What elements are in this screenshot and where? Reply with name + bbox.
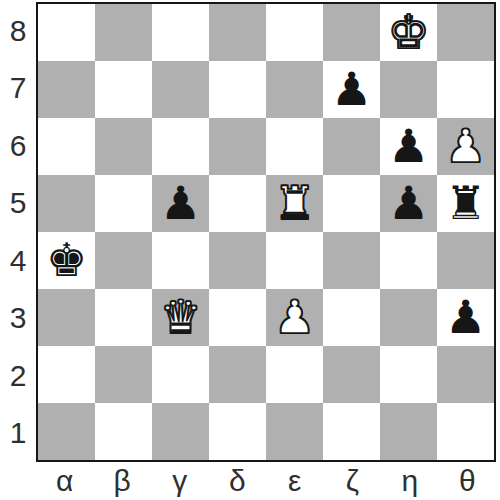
square-f1[interactable] [323, 403, 380, 460]
square-h6[interactable]: ♟ [437, 118, 494, 175]
square-d7[interactable] [209, 61, 266, 118]
square-a2[interactable] [38, 346, 95, 403]
square-a4[interactable]: ♚ [38, 232, 95, 289]
square-g3[interactable] [380, 289, 437, 346]
square-b2[interactable] [95, 346, 152, 403]
square-h3[interactable]: ♟ [437, 289, 494, 346]
square-d6[interactable] [209, 118, 266, 175]
square-e5[interactable]: ♜ [266, 175, 323, 232]
square-d8[interactable] [209, 4, 266, 61]
square-g4[interactable] [380, 232, 437, 289]
square-g8[interactable]: ♚ [380, 4, 437, 61]
square-a1[interactable] [38, 403, 95, 460]
square-f3[interactable] [323, 289, 380, 346]
square-h7[interactable] [437, 61, 494, 118]
square-h2[interactable] [437, 346, 494, 403]
square-h8[interactable] [437, 4, 494, 61]
rank-label-3: 3 [0, 290, 36, 348]
file-label-g: η [381, 462, 439, 500]
rank-label-7: 7 [0, 60, 36, 118]
square-e4[interactable] [266, 232, 323, 289]
piece-black-rook[interactable]: ♜ [437, 175, 494, 232]
rank-label-1: 1 [0, 405, 36, 463]
square-a3[interactable] [38, 289, 95, 346]
square-c4[interactable] [152, 232, 209, 289]
square-g5[interactable]: ♟ [380, 175, 437, 232]
square-b5[interactable] [95, 175, 152, 232]
square-c2[interactable] [152, 346, 209, 403]
file-label-h: θ [439, 462, 497, 500]
rank-labels: 87654321 [0, 2, 36, 462]
square-b6[interactable] [95, 118, 152, 175]
square-h5[interactable]: ♜ [437, 175, 494, 232]
file-label-d: δ [209, 462, 267, 500]
square-c7[interactable] [152, 61, 209, 118]
rank-label-2: 2 [0, 347, 36, 405]
chess-board: ♚♟♟♟♟♜♟♜♚♛♟♟ [36, 2, 496, 462]
rank-label-5: 5 [0, 175, 36, 233]
file-labels: αβγδεζηθ [36, 462, 496, 500]
square-d4[interactable] [209, 232, 266, 289]
piece-black-pawn[interactable]: ♟ [380, 118, 437, 175]
square-f4[interactable] [323, 232, 380, 289]
square-f8[interactable] [323, 4, 380, 61]
piece-white-queen[interactable]: ♛ [152, 289, 209, 346]
rank-label-8: 8 [0, 2, 36, 60]
file-label-c: γ [151, 462, 209, 500]
square-d3[interactable] [209, 289, 266, 346]
square-a5[interactable] [38, 175, 95, 232]
piece-black-pawn[interactable]: ♟ [437, 289, 494, 346]
square-h4[interactable] [437, 232, 494, 289]
square-a8[interactable] [38, 4, 95, 61]
piece-black-king[interactable]: ♚ [38, 232, 95, 289]
piece-white-king[interactable]: ♚ [380, 4, 437, 61]
square-c5[interactable]: ♟ [152, 175, 209, 232]
square-a7[interactable] [38, 61, 95, 118]
piece-black-pawn[interactable]: ♟ [152, 175, 209, 232]
square-f2[interactable] [323, 346, 380, 403]
square-g6[interactable]: ♟ [380, 118, 437, 175]
piece-black-pawn[interactable]: ♟ [380, 175, 437, 232]
square-c3[interactable]: ♛ [152, 289, 209, 346]
square-g2[interactable] [380, 346, 437, 403]
square-a6[interactable] [38, 118, 95, 175]
square-g7[interactable] [380, 61, 437, 118]
file-label-b: β [94, 462, 152, 500]
square-b4[interactable] [95, 232, 152, 289]
rank-label-6: 6 [0, 117, 36, 175]
square-b7[interactable] [95, 61, 152, 118]
square-e3[interactable]: ♟ [266, 289, 323, 346]
square-b3[interactable] [95, 289, 152, 346]
square-g1[interactable] [380, 403, 437, 460]
square-d1[interactable] [209, 403, 266, 460]
piece-white-pawn[interactable]: ♟ [437, 118, 494, 175]
square-e6[interactable] [266, 118, 323, 175]
square-f5[interactable] [323, 175, 380, 232]
square-b8[interactable] [95, 4, 152, 61]
square-c8[interactable] [152, 4, 209, 61]
square-d5[interactable] [209, 175, 266, 232]
rank-label-4: 4 [0, 232, 36, 290]
square-d2[interactable] [209, 346, 266, 403]
piece-black-pawn[interactable]: ♟ [323, 61, 380, 118]
piece-white-pawn[interactable]: ♟ [266, 289, 323, 346]
file-label-f: ζ [324, 462, 382, 500]
square-e7[interactable] [266, 61, 323, 118]
square-f6[interactable] [323, 118, 380, 175]
piece-white-rook[interactable]: ♜ [266, 175, 323, 232]
square-e2[interactable] [266, 346, 323, 403]
square-b1[interactable] [95, 403, 152, 460]
square-h1[interactable] [437, 403, 494, 460]
file-label-a: α [36, 462, 94, 500]
square-e1[interactable] [266, 403, 323, 460]
square-c6[interactable] [152, 118, 209, 175]
square-e8[interactable] [266, 4, 323, 61]
file-label-e: ε [266, 462, 324, 500]
square-c1[interactable] [152, 403, 209, 460]
chess-diagram: 87654321 ♚♟♟♟♟♜♟♜♚♛♟♟ αβγδεζηθ [0, 0, 500, 500]
square-f7[interactable]: ♟ [323, 61, 380, 118]
